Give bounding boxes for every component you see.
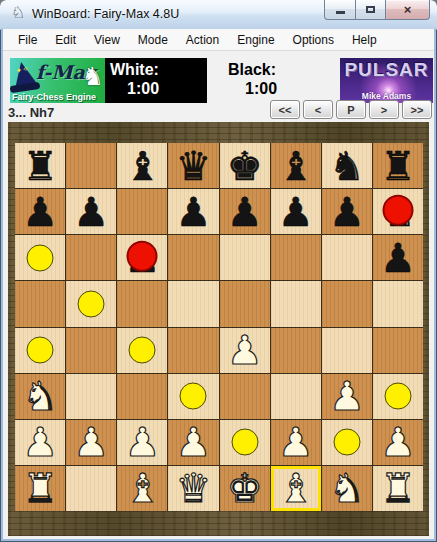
square-b8[interactable]	[66, 143, 116, 188]
white-pawn-c2: ♟	[124, 420, 160, 464]
square-a6[interactable]	[15, 235, 65, 280]
square-b7[interactable]: ♟	[66, 189, 116, 234]
client-area: File Edit View Mode Action Engine Option…	[3, 29, 434, 539]
square-c7[interactable]	[117, 189, 167, 234]
square-d4[interactable]	[168, 328, 218, 373]
white-knight-a3: ♞	[22, 374, 58, 418]
black-queen-d8: ♛	[176, 144, 212, 188]
square-g3[interactable]: ♟	[322, 374, 372, 419]
white-king-e1: ♚	[227, 466, 263, 510]
square-h8[interactable]: ♜	[373, 143, 423, 188]
window-title: WinBoard: Fairy-Max 4.8U	[32, 7, 179, 21]
fmax-logo-subtitle: Fairy-Chess Engine	[12, 92, 96, 102]
square-d6[interactable]	[168, 235, 218, 280]
black-pawn-h6: ♟	[380, 236, 416, 280]
square-a1[interactable]: ♜	[15, 466, 65, 511]
black-knight-g8: ♞	[329, 144, 365, 188]
nav-pause-button[interactable]: P	[336, 100, 366, 119]
minimize-icon	[336, 11, 345, 14]
square-a7[interactable]: ♟	[15, 189, 65, 234]
square-b4[interactable]	[66, 328, 116, 373]
square-b1[interactable]	[66, 466, 116, 511]
square-d8[interactable]: ♛	[168, 143, 218, 188]
black-rook-h8: ♜	[380, 144, 416, 188]
square-c6[interactable]: ♟	[117, 235, 167, 280]
pulsar-logo-title: PULSAR	[340, 59, 433, 81]
white-queen-d1: ♛	[176, 466, 212, 510]
black-pawn-d7: ♟	[176, 190, 212, 234]
white-engine-logo: ✦✧ f-Max ♞ Fairy-Chess Engine	[10, 58, 105, 103]
winboard-knight-icon: ♘	[11, 5, 25, 21]
square-a8[interactable]: ♜	[15, 143, 65, 188]
square-f2[interactable]: ♟	[271, 420, 321, 465]
white-pawn-h2: ♟	[380, 420, 416, 464]
square-a5[interactable]	[15, 281, 65, 326]
square-h3[interactable]	[373, 374, 423, 419]
minimize-button[interactable]	[324, 0, 355, 20]
square-e6[interactable]	[220, 235, 270, 280]
menu-bar: File Edit View Mode Action Engine Option…	[3, 29, 434, 51]
square-a4[interactable]	[15, 328, 65, 373]
square-e4[interactable]: ♟	[220, 328, 270, 373]
square-e8[interactable]: ♚	[220, 143, 270, 188]
black-bishop-f8: ♝	[278, 144, 314, 188]
nav-buttons: << < P > >>	[270, 100, 432, 119]
white-bishop-f1: ♝	[278, 466, 314, 510]
black-clock[interactable]: Black: 1:00	[216, 58, 331, 103]
legal-move-marker-a4	[27, 337, 54, 364]
black-engine-logo: PULSAR Mike Adams	[340, 58, 433, 103]
square-d3[interactable]	[168, 374, 218, 419]
square-b5[interactable]	[66, 281, 116, 326]
menu-engine[interactable]: Engine	[228, 30, 283, 50]
square-f4[interactable]	[271, 328, 321, 373]
black-bishop-c8: ♝	[124, 144, 160, 188]
white-bishop-c1: ♝	[124, 466, 160, 510]
menu-options[interactable]: Options	[284, 30, 343, 50]
legal-move-marker-d3	[180, 383, 207, 410]
square-g1[interactable]: ♞	[322, 466, 372, 511]
square-f8[interactable]: ♝	[271, 143, 321, 188]
square-d7[interactable]: ♟	[168, 189, 218, 234]
legal-move-marker-a6	[27, 244, 54, 271]
menu-edit[interactable]: Edit	[46, 30, 85, 50]
white-rook-h1: ♜	[380, 466, 416, 510]
square-f5[interactable]	[271, 281, 321, 326]
menu-help[interactable]: Help	[343, 30, 386, 50]
white-pawn-a2: ♟	[22, 420, 58, 464]
capture-marker-c6	[127, 240, 158, 271]
square-c5[interactable]	[117, 281, 167, 326]
square-b2[interactable]: ♟	[66, 420, 116, 465]
black-clock-time: 1:00	[245, 79, 331, 98]
square-d5[interactable]	[168, 281, 218, 326]
square-c3[interactable]	[117, 374, 167, 419]
black-pawn-f7: ♟	[278, 190, 314, 234]
square-h1[interactable]: ♜	[373, 466, 423, 511]
square-h4[interactable]	[373, 328, 423, 373]
move-message: 3... Nh7	[8, 105, 54, 120]
square-g4[interactable]	[322, 328, 372, 373]
menu-file[interactable]: File	[9, 30, 46, 50]
square-f1[interactable]: ♝	[271, 466, 321, 511]
square-f7[interactable]: ♟	[271, 189, 321, 234]
square-g5[interactable]	[322, 281, 372, 326]
close-icon: ×	[404, 3, 412, 16]
black-rook-a8: ♜	[22, 144, 58, 188]
legal-move-marker-c4	[129, 337, 156, 364]
black-pawn-a7: ♟	[22, 190, 58, 234]
square-h5[interactable]	[373, 281, 423, 326]
white-rook-a1: ♜	[22, 466, 58, 510]
maximize-button[interactable]	[355, 0, 385, 20]
square-e1[interactable]: ♚	[220, 466, 270, 511]
black-pawn-g7: ♟	[329, 190, 365, 234]
square-h7[interactable]: ♞	[373, 189, 423, 234]
legal-move-marker-b5	[78, 290, 105, 317]
square-e2[interactable]	[220, 420, 270, 465]
close-button[interactable]: ×	[385, 0, 430, 20]
nav-to-start-button[interactable]: <<	[270, 100, 300, 119]
white-pawn-e4: ♟	[227, 328, 263, 372]
square-a2[interactable]: ♟	[15, 420, 65, 465]
square-e7[interactable]: ♟	[220, 189, 270, 234]
black-pawn-b7: ♟	[73, 190, 109, 234]
black-pawn-e7: ♟	[227, 190, 263, 234]
white-knight-g1: ♞	[329, 466, 365, 510]
menu-view[interactable]: View	[85, 30, 129, 50]
white-clock-time: 1:00	[127, 79, 207, 98]
square-d1[interactable]: ♛	[168, 466, 218, 511]
square-e5[interactable]	[220, 281, 270, 326]
winboard-window: ♘ WinBoard: Fairy-Max 4.8U × File Edit V…	[0, 0, 437, 542]
white-pawn-b2: ♟	[73, 420, 109, 464]
square-h2[interactable]: ♟	[373, 420, 423, 465]
board-frame: ♜♝♛♚♝♞♜♟♟♟♟♟♟♞♟♟♟♞♟♟♟♟♟♟♟♜♝♛♚♝♞♜	[8, 122, 429, 536]
nav-forward-button[interactable]: >	[369, 100, 399, 119]
legal-move-marker-e2	[231, 429, 258, 456]
chess-board: ♜♝♛♚♝♞♜♟♟♟♟♟♟♞♟♟♟♞♟♟♟♟♟♟♟♜♝♛♚♝♞♜	[15, 143, 423, 511]
white-clock-label: White:	[110, 60, 207, 79]
caption-buttons: ×	[324, 0, 430, 20]
square-h6[interactable]: ♟	[373, 235, 423, 280]
square-e3[interactable]	[220, 374, 270, 419]
square-b3[interactable]	[66, 374, 116, 419]
square-g7[interactable]: ♟	[322, 189, 372, 234]
capture-marker-h7	[382, 194, 413, 225]
square-g8[interactable]: ♞	[322, 143, 372, 188]
menu-mode[interactable]: Mode	[129, 30, 177, 50]
square-c2[interactable]: ♟	[117, 420, 167, 465]
nav-back-button[interactable]: <	[303, 100, 333, 119]
legal-move-marker-h3	[384, 383, 411, 410]
black-clock-label: Black:	[228, 60, 331, 79]
square-f6[interactable]	[271, 235, 321, 280]
square-a3[interactable]: ♞	[15, 374, 65, 419]
white-clock[interactable]: White: 1:00	[105, 58, 207, 103]
square-f3[interactable]	[271, 374, 321, 419]
fmax-knight-icon: ♞	[82, 62, 104, 91]
square-c8[interactable]: ♝	[117, 143, 167, 188]
square-g2[interactable]	[322, 420, 372, 465]
legal-move-marker-g2	[333, 429, 360, 456]
black-king-e8: ♚	[227, 144, 263, 188]
maximize-icon	[366, 6, 375, 13]
square-c1[interactable]: ♝	[117, 466, 167, 511]
square-d2[interactable]: ♟	[168, 420, 218, 465]
white-pawn-d2: ♟	[176, 420, 212, 464]
nav-to-end-button[interactable]: >>	[402, 100, 432, 119]
square-g6[interactable]	[322, 235, 372, 280]
white-pawn-f2: ♟	[278, 420, 314, 464]
title-bar[interactable]: ♘ WinBoard: Fairy-Max 4.8U ×	[0, 0, 437, 30]
square-c4[interactable]	[117, 328, 167, 373]
square-b6[interactable]	[66, 235, 116, 280]
menu-action[interactable]: Action	[177, 30, 228, 50]
white-pawn-g3: ♟	[329, 374, 365, 418]
